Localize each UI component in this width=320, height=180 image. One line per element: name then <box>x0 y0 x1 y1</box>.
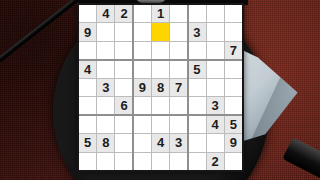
cell-r1c6[interactable] <box>170 5 187 22</box>
cell-r5c6[interactable]: 7 <box>170 79 187 96</box>
cell-r3c7[interactable] <box>188 42 205 59</box>
cell-r5c7[interactable] <box>188 79 205 96</box>
cell-r4c2[interactable] <box>97 60 114 77</box>
cell-r6c8[interactable]: 3 <box>207 97 224 114</box>
cell-r1c8[interactable] <box>207 5 224 22</box>
cell-r1c1[interactable] <box>79 5 96 22</box>
cell-r5c5[interactable]: 8 <box>152 79 169 96</box>
cell-r3c1[interactable] <box>79 42 96 59</box>
cell-r7c9[interactable]: 5 <box>225 116 242 133</box>
cell-r2c6[interactable] <box>170 23 187 40</box>
cell-r9c9[interactable] <box>225 153 242 170</box>
cell-r7c5[interactable] <box>152 116 169 133</box>
cell-r3c6[interactable] <box>170 42 187 59</box>
cell-r8c5[interactable]: 4 <box>152 134 169 151</box>
cell-r6c6[interactable] <box>170 97 187 114</box>
cell-r5c1[interactable] <box>79 79 96 96</box>
cell-r5c3[interactable] <box>115 79 132 96</box>
cell-r4c3[interactable] <box>115 60 132 77</box>
cell-r2c8[interactable] <box>207 23 224 40</box>
cell-r3c4[interactable] <box>134 42 151 59</box>
cell-r5c8[interactable] <box>207 79 224 96</box>
sudoku-board[interactable]: 4219374539876345584392 <box>77 3 244 172</box>
cell-r7c4[interactable] <box>134 116 151 133</box>
cell-r9c4[interactable] <box>134 153 151 170</box>
cell-r6c1[interactable] <box>79 97 96 114</box>
cell-r2c7[interactable]: 3 <box>188 23 205 40</box>
cell-r8c9[interactable]: 9 <box>225 134 242 151</box>
cell-r6c4[interactable] <box>134 97 151 114</box>
cell-r7c8[interactable]: 4 <box>207 116 224 133</box>
cell-r1c3[interactable]: 2 <box>115 5 132 22</box>
cell-r2c5[interactable] <box>152 23 169 40</box>
cell-r7c1[interactable] <box>79 116 96 133</box>
cell-r8c4[interactable] <box>134 134 151 151</box>
cell-r6c7[interactable] <box>188 97 205 114</box>
cell-r9c2[interactable] <box>97 153 114 170</box>
cell-r3c3[interactable] <box>115 42 132 59</box>
cell-r1c4[interactable] <box>134 5 151 22</box>
cell-r1c5[interactable]: 1 <box>152 5 169 22</box>
cell-r4c6[interactable] <box>170 60 187 77</box>
cell-r5c9[interactable] <box>225 79 242 96</box>
cell-r2c9[interactable] <box>225 23 242 40</box>
cell-r2c1[interactable]: 9 <box>79 23 96 40</box>
cell-r8c6[interactable]: 3 <box>170 134 187 151</box>
cell-r5c2[interactable]: 3 <box>97 79 114 96</box>
cell-r6c2[interactable] <box>97 97 114 114</box>
cell-r4c5[interactable] <box>152 60 169 77</box>
cell-r8c2[interactable]: 8 <box>97 134 114 151</box>
cell-r4c7[interactable]: 5 <box>188 60 205 77</box>
scene: 4219374539876345584392 <box>0 0 320 180</box>
cell-r8c8[interactable] <box>207 134 224 151</box>
cell-r9c8[interactable]: 2 <box>207 153 224 170</box>
cell-r7c3[interactable] <box>115 116 132 133</box>
cell-r9c5[interactable] <box>152 153 169 170</box>
cell-r2c3[interactable] <box>115 23 132 40</box>
cell-r2c4[interactable] <box>134 23 151 40</box>
cell-r9c1[interactable] <box>79 153 96 170</box>
cell-r1c7[interactable] <box>188 5 205 22</box>
cell-r9c6[interactable] <box>170 153 187 170</box>
cell-r1c9[interactable] <box>225 5 242 22</box>
cell-r5c4[interactable]: 9 <box>134 79 151 96</box>
cell-r8c3[interactable] <box>115 134 132 151</box>
cell-r9c3[interactable] <box>115 153 132 170</box>
cell-r6c3[interactable]: 6 <box>115 97 132 114</box>
cell-r3c2[interactable] <box>97 42 114 59</box>
cell-r3c5[interactable] <box>152 42 169 59</box>
cell-r4c8[interactable] <box>207 60 224 77</box>
cell-r7c2[interactable] <box>97 116 114 133</box>
cell-r2c2[interactable] <box>97 23 114 40</box>
cell-r8c1[interactable]: 5 <box>79 134 96 151</box>
cell-r8c7[interactable] <box>188 134 205 151</box>
cell-r6c9[interactable] <box>225 97 242 114</box>
cell-r1c2[interactable]: 4 <box>97 5 114 22</box>
cell-r3c8[interactable] <box>207 42 224 59</box>
cell-r7c6[interactable] <box>170 116 187 133</box>
cell-r4c1[interactable]: 4 <box>79 60 96 77</box>
cell-r9c7[interactable] <box>188 153 205 170</box>
cell-r4c9[interactable] <box>225 60 242 77</box>
cell-r4c4[interactable] <box>134 60 151 77</box>
cell-r7c7[interactable] <box>188 116 205 133</box>
cell-r6c5[interactable] <box>152 97 169 114</box>
cell-r3c9[interactable]: 7 <box>225 42 242 59</box>
